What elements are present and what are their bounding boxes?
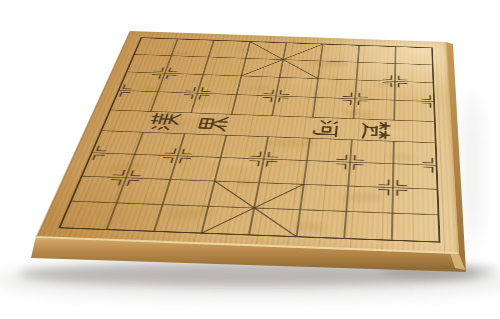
palace-diagonals [202,42,323,237]
grid-lines [59,38,439,242]
river-character [199,117,228,131]
river-character [313,121,337,137]
drop-shadow-side [462,95,482,245]
board-border [59,38,439,242]
product-photo: Empty wooden xiangqi (Chinese chess) bam… [0,0,500,319]
